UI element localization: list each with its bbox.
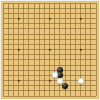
grid-line-vertical <box>90 3 91 96</box>
grid-line-vertical <box>75 3 76 96</box>
grid-line-vertical <box>54 3 55 96</box>
go-app-window <box>0 0 100 100</box>
grid-line-horizontal <box>3 65 96 66</box>
grid-line-vertical <box>70 3 71 96</box>
grid-line-horizontal <box>3 96 96 97</box>
go-board[interactable] <box>1 1 99 99</box>
black-stone <box>62 83 68 89</box>
white-stone <box>78 78 84 84</box>
grid-line-horizontal <box>3 59 96 60</box>
grid-line-horizontal <box>3 70 96 71</box>
grid-line-horizontal <box>3 90 96 91</box>
white-stone <box>57 78 63 84</box>
grid-line-horizontal <box>3 85 96 86</box>
board-grid <box>3 3 96 96</box>
grid-line-horizontal <box>3 75 96 76</box>
grid-line-vertical <box>85 3 86 96</box>
grid-line-vertical <box>96 3 97 96</box>
grid-line-horizontal <box>3 54 96 55</box>
